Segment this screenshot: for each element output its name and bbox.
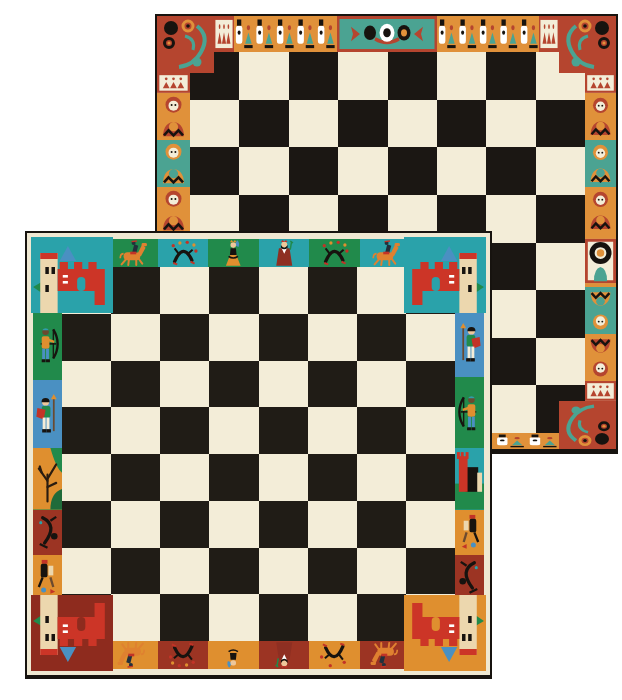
board-square: [160, 407, 209, 454]
figure-band-icon: [234, 16, 337, 52]
board-square: [486, 147, 535, 195]
matryoshka-icon: [585, 140, 616, 187]
soldier-icon: [33, 380, 62, 448]
board-square: [536, 338, 585, 386]
castle-icon: [404, 595, 486, 671]
board-square: [289, 147, 338, 195]
board-square: [62, 407, 111, 454]
queen-icon: [208, 641, 259, 669]
board-square: [62, 314, 111, 361]
board-square: [160, 314, 209, 361]
board-square: [388, 147, 437, 195]
board-square: [62, 501, 111, 548]
jester-icon: [158, 239, 209, 267]
matryoshka-icon: [585, 334, 616, 381]
board-square: [308, 501, 357, 548]
board-square: [111, 548, 160, 595]
board-square: [308, 314, 357, 361]
matryoshka-icon: [585, 187, 616, 234]
board-square: [388, 100, 437, 148]
front-board-grid: [62, 267, 455, 641]
back-top-border: [214, 16, 559, 52]
matryoshka-icon: [585, 93, 616, 140]
front-bottom-border: [107, 641, 410, 669]
board-square: [406, 407, 455, 454]
board-square: [62, 454, 111, 501]
board-square: [209, 407, 258, 454]
board-square: [308, 454, 357, 501]
board-square: [536, 195, 585, 243]
board-square: [486, 243, 535, 291]
board-square: [486, 100, 535, 148]
corner-swirl-icon: [559, 16, 616, 73]
board-square: [160, 267, 209, 314]
front-left-border: [33, 309, 62, 601]
back-right-border: [585, 73, 616, 401]
board-square: [209, 267, 258, 314]
board-square: [259, 548, 308, 595]
board-square: [160, 594, 209, 641]
board-square: [160, 361, 209, 408]
board-square: [111, 267, 160, 314]
board-square: [437, 147, 486, 195]
bowface-icon: [33, 510, 62, 556]
board-square: [338, 147, 387, 195]
king-icon: [259, 641, 310, 669]
board-square: [111, 314, 160, 361]
board-square: [406, 454, 455, 501]
board-square: [111, 501, 160, 548]
board-square: [357, 548, 406, 595]
trees-motif-icon: [585, 381, 616, 401]
board-square: [111, 361, 160, 408]
board-square: [239, 52, 288, 100]
front-right-border: [455, 309, 484, 601]
board-square: [160, 501, 209, 548]
board-square: [308, 361, 357, 408]
castlebit-icon: [455, 448, 484, 510]
circles-panel-icon: [337, 16, 437, 52]
board-square: [308, 548, 357, 595]
board-square: [486, 290, 535, 338]
board-square: [406, 314, 455, 361]
knight-icon: [360, 641, 411, 669]
board-square: [486, 52, 535, 100]
board-square: [289, 52, 338, 100]
board-square: [536, 290, 585, 338]
board-square: [536, 243, 585, 291]
board-square: [111, 407, 160, 454]
board-square: [357, 267, 406, 314]
jester-icon: [158, 641, 209, 669]
board-square: [289, 100, 338, 148]
tree-icon: [33, 448, 62, 510]
board-square: [259, 361, 308, 408]
aaa-icon: [214, 16, 234, 52]
board-square: [437, 52, 486, 100]
figure-icon: [455, 510, 484, 556]
board-square: [209, 548, 258, 595]
board-square: [536, 147, 585, 195]
archer-icon: [33, 309, 62, 380]
knight-icon: [107, 641, 158, 669]
board-square: [190, 147, 239, 195]
king-icon: [259, 239, 310, 267]
board-square: [62, 361, 111, 408]
board-square: [388, 52, 437, 100]
board-square: [259, 454, 308, 501]
board-square: [338, 100, 387, 148]
board-square: [209, 361, 258, 408]
board-square: [160, 548, 209, 595]
board-square: [357, 407, 406, 454]
board-square: [357, 314, 406, 361]
board-square: [259, 594, 308, 641]
board-square: [338, 52, 387, 100]
soldier-icon: [455, 309, 484, 377]
jester-icon: [309, 641, 360, 669]
archer-icon: [455, 377, 484, 448]
board-square: [111, 454, 160, 501]
trees-motif-icon: [157, 73, 190, 93]
corner-swirl-icon: [157, 16, 214, 73]
board-square: [357, 361, 406, 408]
board-square: [308, 267, 357, 314]
board-square: [357, 594, 406, 641]
board-square: [536, 100, 585, 148]
vase-icon: [585, 235, 616, 287]
knight-icon: [107, 239, 158, 267]
board-square: [209, 314, 258, 361]
knight-icon: [360, 239, 411, 267]
jester-icon: [309, 239, 360, 267]
board-square: [259, 501, 308, 548]
board-square: [239, 147, 288, 195]
figure-band-icon: [437, 16, 540, 52]
board-square: [486, 195, 535, 243]
board-square: [486, 338, 535, 386]
trees-motif-icon: [585, 73, 616, 93]
board-square: [357, 454, 406, 501]
board-square: [190, 100, 239, 148]
board-square: [239, 100, 288, 148]
board-square: [62, 548, 111, 595]
board-square: [209, 454, 258, 501]
board-square: [160, 454, 209, 501]
castle-icon: [31, 595, 113, 671]
queen-icon: [208, 239, 259, 267]
matryoshka-icon: [157, 187, 190, 234]
board-square: [406, 501, 455, 548]
front-top-border: [107, 239, 410, 267]
front-board: [25, 231, 492, 679]
board-square: [259, 314, 308, 361]
matryoshka-icon: [157, 93, 190, 140]
board-square: [486, 385, 535, 433]
board-square: [406, 548, 455, 595]
board-square: [259, 407, 308, 454]
board-square: [259, 267, 308, 314]
matryoshka-icon: [585, 287, 616, 334]
corner-swirl-icon: [559, 401, 616, 449]
castle-icon: [31, 237, 113, 313]
aaa-icon: [539, 16, 559, 52]
board-square: [357, 501, 406, 548]
board-square: [308, 407, 357, 454]
board-square: [308, 594, 357, 641]
board-square: [406, 361, 455, 408]
board-square: [437, 100, 486, 148]
matryoshka-icon: [157, 140, 190, 187]
board-square: [209, 594, 258, 641]
board-square: [209, 501, 258, 548]
board-square: [111, 594, 160, 641]
castle-icon: [404, 237, 486, 313]
